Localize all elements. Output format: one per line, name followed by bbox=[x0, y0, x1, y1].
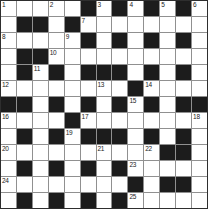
cell-r6c4[interactable] bbox=[49, 81, 64, 96]
cell-r12c5[interactable] bbox=[65, 177, 80, 192]
black-cell-r5c7 bbox=[97, 65, 112, 80]
clue-number-3: 3 bbox=[98, 1, 101, 8]
black-cell-r5c4 bbox=[49, 65, 64, 80]
clue-number-24: 24 bbox=[2, 177, 9, 184]
crossword-puzzle: 1234567891011121314151617181920212223242… bbox=[0, 0, 208, 209]
cell-r13c13[interactable] bbox=[192, 193, 207, 208]
cell-r10c9[interactable] bbox=[128, 145, 143, 160]
cell-r4c4[interactable]: 10 bbox=[49, 49, 64, 64]
black-cell-r11c2 bbox=[17, 161, 32, 176]
cell-r11c9[interactable]: 23 bbox=[128, 161, 143, 176]
cell-r5c1[interactable] bbox=[1, 65, 16, 80]
cell-r1c3[interactable] bbox=[33, 1, 48, 16]
cell-r7c7[interactable] bbox=[97, 97, 112, 112]
cell-r4c5[interactable] bbox=[65, 49, 80, 64]
cell-r12c10[interactable] bbox=[144, 177, 159, 192]
cell-r13c12[interactable] bbox=[176, 193, 191, 208]
black-cell-r3c6 bbox=[81, 33, 96, 48]
cell-r10c13[interactable] bbox=[192, 145, 207, 160]
clue-number-9: 9 bbox=[66, 33, 69, 40]
cell-r3c5[interactable]: 9 bbox=[65, 33, 80, 48]
cell-r12c1[interactable]: 24 bbox=[1, 177, 16, 192]
black-cell-r9c12 bbox=[176, 129, 191, 144]
cell-r8c13[interactable]: 18 bbox=[192, 113, 207, 128]
black-cell-r9c8 bbox=[112, 129, 127, 144]
cell-r6c5[interactable] bbox=[65, 81, 80, 96]
cell-r9c5[interactable]: 19 bbox=[65, 129, 80, 144]
cell-r1c9[interactable]: 4 bbox=[128, 1, 143, 16]
cell-r13c9[interactable]: 25 bbox=[128, 193, 143, 208]
black-cell-r7c12 bbox=[176, 97, 191, 112]
cell-r1c13[interactable]: 6 bbox=[192, 1, 207, 16]
cell-r9c3[interactable] bbox=[33, 129, 48, 144]
clue-number-2: 2 bbox=[50, 1, 53, 8]
cell-r10c3[interactable] bbox=[33, 145, 48, 160]
black-cell-r9c4 bbox=[49, 129, 64, 144]
cell-r13c11[interactable] bbox=[160, 193, 175, 208]
cell-r6c6[interactable] bbox=[81, 81, 96, 96]
cell-r12c8[interactable] bbox=[112, 177, 127, 192]
crossword-board: 1234567891011121314151617181920212223242… bbox=[0, 0, 208, 209]
cell-r13c10[interactable] bbox=[144, 193, 159, 208]
black-cell-r13c8 bbox=[112, 193, 127, 208]
clue-number-6: 6 bbox=[193, 1, 196, 8]
clue-number-23: 23 bbox=[129, 161, 136, 168]
cell-r10c5[interactable] bbox=[65, 145, 80, 160]
cell-r9c9[interactable] bbox=[128, 129, 143, 144]
cell-r8c11[interactable] bbox=[160, 113, 175, 128]
cell-r4c1[interactable] bbox=[1, 49, 16, 64]
clue-number-25: 25 bbox=[129, 193, 136, 200]
cell-r3c3[interactable] bbox=[33, 33, 48, 48]
cell-r12c13[interactable] bbox=[192, 177, 207, 192]
black-cell-r5c6 bbox=[81, 65, 96, 80]
cell-r6c3[interactable] bbox=[33, 81, 48, 96]
clue-number-20: 20 bbox=[2, 145, 9, 152]
cell-r10c7[interactable]: 21 bbox=[97, 145, 112, 160]
cell-r6c8[interactable] bbox=[112, 81, 127, 96]
cell-r1c7[interactable]: 3 bbox=[97, 1, 112, 16]
black-cell-r7c1 bbox=[1, 97, 16, 112]
black-cell-r10c12 bbox=[176, 145, 191, 160]
cell-r9c11[interactable] bbox=[160, 129, 175, 144]
clue-number-7: 7 bbox=[82, 17, 85, 24]
cell-r8c6[interactable]: 17 bbox=[81, 113, 96, 128]
cell-r6c11[interactable] bbox=[160, 81, 175, 96]
cell-r8c7[interactable] bbox=[97, 113, 112, 128]
cell-r2c9[interactable] bbox=[128, 17, 143, 32]
cell-r7c5[interactable] bbox=[65, 97, 80, 112]
black-cell-r10c11 bbox=[160, 145, 175, 160]
black-cell-r7c13 bbox=[192, 97, 207, 112]
black-cell-r8c5 bbox=[65, 113, 80, 128]
cell-r10c10[interactable]: 22 bbox=[144, 145, 159, 160]
cell-r1c4[interactable]: 2 bbox=[49, 1, 64, 16]
black-cell-r5c8 bbox=[112, 65, 127, 80]
cell-r4c6[interactable] bbox=[81, 49, 96, 64]
cell-r5c11[interactable] bbox=[160, 65, 175, 80]
black-cell-r3c12 bbox=[176, 33, 191, 48]
cell-r3c7[interactable] bbox=[97, 33, 112, 48]
black-cell-r7c10 bbox=[144, 97, 159, 112]
cell-r6c1[interactable]: 12 bbox=[1, 81, 16, 96]
cell-r12c7[interactable] bbox=[97, 177, 112, 192]
cell-r3c11[interactable] bbox=[160, 33, 175, 48]
cell-r8c8[interactable] bbox=[112, 113, 127, 128]
black-cell-r4c3 bbox=[33, 49, 48, 64]
cell-r8c10[interactable] bbox=[144, 113, 159, 128]
black-cell-r5c2 bbox=[17, 65, 32, 80]
clue-number-4: 4 bbox=[129, 1, 132, 8]
clue-number-13: 13 bbox=[98, 81, 105, 88]
black-cell-r11c4 bbox=[49, 161, 64, 176]
cell-r4c10[interactable] bbox=[144, 49, 159, 64]
black-cell-r2c2 bbox=[17, 17, 32, 32]
cell-r2c11[interactable] bbox=[160, 17, 175, 32]
black-cell-r4c2 bbox=[17, 49, 32, 64]
cell-r8c3[interactable] bbox=[33, 113, 48, 128]
cell-r2c13[interactable] bbox=[192, 17, 207, 32]
clue-number-15: 15 bbox=[129, 97, 136, 104]
cell-r13c5[interactable] bbox=[65, 193, 80, 208]
black-cell-r13c4 bbox=[49, 193, 64, 208]
cell-r3c4[interactable] bbox=[49, 33, 64, 48]
cell-r5c5[interactable] bbox=[65, 65, 80, 80]
cell-r2c8[interactable] bbox=[112, 17, 127, 32]
black-cell-r1c8 bbox=[112, 1, 127, 16]
cell-r9c1[interactable] bbox=[1, 129, 16, 144]
black-cell-r2c5 bbox=[65, 17, 80, 32]
clue-number-19: 19 bbox=[66, 129, 73, 136]
black-cell-r12c12 bbox=[176, 177, 191, 192]
black-cell-r9c2 bbox=[17, 129, 32, 144]
cell-r8c2[interactable] bbox=[17, 113, 32, 128]
black-cell-r11c8 bbox=[112, 161, 127, 176]
cell-r3c9[interactable] bbox=[128, 33, 143, 48]
clue-number-1: 1 bbox=[2, 1, 5, 8]
cell-r2c1[interactable] bbox=[1, 17, 16, 32]
black-cell-r9c6 bbox=[81, 129, 96, 144]
clue-number-14: 14 bbox=[145, 81, 152, 88]
cell-r6c10[interactable]: 14 bbox=[144, 81, 159, 96]
cell-r1c1[interactable]: 1 bbox=[1, 1, 16, 16]
cell-r1c5[interactable] bbox=[65, 1, 80, 16]
cell-r11c10[interactable] bbox=[144, 161, 159, 176]
cell-r13c1[interactable] bbox=[1, 193, 16, 208]
black-cell-r12c9 bbox=[128, 177, 143, 192]
cell-r3c13[interactable] bbox=[192, 33, 207, 48]
cell-r10c6[interactable] bbox=[81, 145, 96, 160]
clue-number-22: 22 bbox=[145, 145, 152, 152]
black-cell-r7c2 bbox=[17, 97, 32, 112]
cell-r11c5[interactable] bbox=[65, 161, 80, 176]
black-cell-r3c10 bbox=[144, 33, 159, 48]
cell-r11c7[interactable] bbox=[97, 161, 112, 176]
clue-number-8: 8 bbox=[2, 33, 5, 40]
cell-r1c11[interactable]: 5 bbox=[160, 1, 175, 16]
cell-r4c12[interactable] bbox=[176, 49, 191, 64]
clue-number-21: 21 bbox=[98, 145, 105, 152]
black-cell-r3c8 bbox=[112, 33, 127, 48]
black-cell-r5c10 bbox=[144, 65, 159, 80]
black-cell-r13c2 bbox=[17, 193, 32, 208]
cell-r6c7[interactable]: 13 bbox=[97, 81, 112, 96]
cell-r8c1[interactable]: 16 bbox=[1, 113, 16, 128]
clue-number-10: 10 bbox=[50, 49, 57, 56]
cell-r2c12[interactable] bbox=[176, 17, 191, 32]
cell-r12c3[interactable] bbox=[33, 177, 48, 192]
cell-r9c13[interactable] bbox=[192, 129, 207, 144]
black-cell-r1c12 bbox=[176, 1, 191, 16]
cell-r11c1[interactable] bbox=[1, 161, 16, 176]
cell-r4c9[interactable] bbox=[128, 49, 143, 64]
cell-r10c8[interactable] bbox=[112, 145, 127, 160]
cell-r10c4[interactable] bbox=[49, 145, 64, 160]
clue-number-12: 12 bbox=[2, 81, 9, 88]
black-cell-r11c6 bbox=[81, 161, 96, 176]
cell-r12c4[interactable] bbox=[49, 177, 64, 192]
cell-r4c11[interactable] bbox=[160, 49, 175, 64]
cell-r2c6[interactable]: 7 bbox=[81, 17, 96, 32]
clue-number-16: 16 bbox=[2, 113, 9, 120]
cell-r6c12[interactable] bbox=[176, 81, 191, 96]
cell-r3c1[interactable]: 8 bbox=[1, 33, 16, 48]
cell-r11c13[interactable] bbox=[192, 161, 207, 176]
cell-r2c4[interactable] bbox=[49, 17, 64, 32]
black-cell-r6c9 bbox=[128, 81, 143, 96]
clue-number-17: 17 bbox=[82, 113, 89, 120]
black-cell-r1c6 bbox=[81, 1, 96, 16]
cell-r7c9[interactable]: 15 bbox=[128, 97, 143, 112]
cell-r4c13[interactable] bbox=[192, 49, 207, 64]
black-cell-r7c4 bbox=[49, 97, 64, 112]
cell-r11c12[interactable] bbox=[176, 161, 191, 176]
cell-r2c10[interactable] bbox=[144, 17, 159, 32]
cell-r5c3[interactable]: 11 bbox=[33, 65, 48, 80]
cell-r13c7[interactable] bbox=[97, 193, 112, 208]
cell-r11c11[interactable] bbox=[160, 161, 175, 176]
black-cell-r7c8 bbox=[112, 97, 127, 112]
cell-r13c3[interactable] bbox=[33, 193, 48, 208]
cell-r5c13[interactable] bbox=[192, 65, 207, 80]
cell-r7c11[interactable] bbox=[160, 97, 175, 112]
black-cell-r13c6 bbox=[81, 193, 96, 208]
cell-r10c2[interactable] bbox=[17, 145, 32, 160]
clue-number-5: 5 bbox=[161, 1, 164, 8]
cell-r3c2[interactable] bbox=[17, 33, 32, 48]
cell-r1c2[interactable] bbox=[17, 1, 32, 16]
clue-number-11: 11 bbox=[34, 65, 40, 72]
black-cell-r1c10 bbox=[144, 1, 159, 16]
cell-r10c1[interactable]: 20 bbox=[1, 145, 16, 160]
cell-r8c12[interactable] bbox=[176, 113, 191, 128]
cell-r8c4[interactable] bbox=[49, 113, 64, 128]
cell-r4c7[interactable] bbox=[97, 49, 112, 64]
cell-r12c2[interactable] bbox=[17, 177, 32, 192]
cell-r5c9[interactable] bbox=[128, 65, 143, 80]
black-cell-r7c6 bbox=[81, 97, 96, 112]
black-cell-r9c10 bbox=[144, 129, 159, 144]
cell-r11c3[interactable] bbox=[33, 161, 48, 176]
cell-r6c13[interactable] bbox=[192, 81, 207, 96]
cell-r6c2[interactable] bbox=[17, 81, 32, 96]
black-cell-r5c12 bbox=[176, 65, 191, 80]
black-cell-r9c7 bbox=[97, 129, 112, 144]
black-cell-r2c3 bbox=[33, 17, 48, 32]
cell-r4c8[interactable] bbox=[112, 49, 127, 64]
black-cell-r12c11 bbox=[160, 177, 175, 192]
cell-r8c9[interactable] bbox=[128, 113, 143, 128]
cell-r12c6[interactable] bbox=[81, 177, 96, 192]
cell-r7c3[interactable] bbox=[33, 97, 48, 112]
clue-number-18: 18 bbox=[193, 113, 200, 120]
cell-r2c7[interactable] bbox=[97, 17, 112, 32]
